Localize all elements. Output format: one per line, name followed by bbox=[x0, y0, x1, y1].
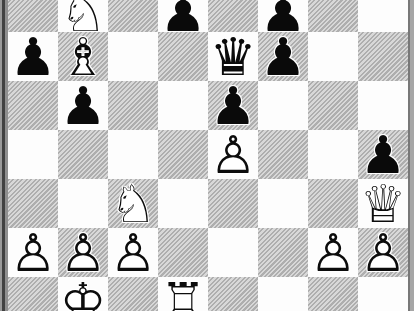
square-b6[interactable]: ♝♗ bbox=[58, 32, 108, 81]
piece-outline-layer: ♙ bbox=[360, 223, 407, 283]
square-c7[interactable] bbox=[108, 0, 158, 32]
square-a3[interactable] bbox=[8, 179, 58, 228]
square-g5[interactable] bbox=[308, 81, 358, 130]
white-pawn-a2[interactable]: ♟♙ bbox=[8, 228, 58, 277]
piece-fill-layer: ♟ bbox=[60, 229, 107, 278]
square-g1[interactable] bbox=[308, 277, 358, 311]
square-a6[interactable]: ♟ bbox=[8, 32, 58, 81]
square-d3[interactable] bbox=[158, 179, 208, 228]
square-h1[interactable] bbox=[358, 277, 408, 311]
square-d4[interactable] bbox=[158, 130, 208, 179]
square-e3[interactable] bbox=[208, 179, 258, 228]
square-b4[interactable] bbox=[58, 130, 108, 179]
piece-fill-layer: ♟ bbox=[110, 229, 157, 278]
square-f1[interactable] bbox=[258, 277, 308, 311]
black-pawn-e5[interactable]: ♟ bbox=[208, 81, 258, 130]
square-f3[interactable] bbox=[258, 179, 308, 228]
square-a1[interactable] bbox=[8, 277, 58, 311]
square-g6[interactable] bbox=[308, 32, 358, 81]
square-g4[interactable] bbox=[308, 130, 358, 179]
chess-board: ♞♘♟♟♟♝♗♛♟♟♟♟♙♟♞♘♛♕♟♙♟♙♟♙♟♙♟♙♚♔♜♖ bbox=[8, 0, 408, 311]
square-g2[interactable]: ♟♙ bbox=[308, 228, 358, 277]
square-c3[interactable]: ♞♘ bbox=[108, 179, 158, 228]
square-h2[interactable]: ♟♙ bbox=[358, 228, 408, 277]
square-d6[interactable] bbox=[158, 32, 208, 81]
piece-outline-layer: ♗ bbox=[60, 27, 107, 87]
square-b1[interactable]: ♚♔ bbox=[58, 277, 108, 311]
piece-fill-layer: ♟ bbox=[10, 229, 57, 278]
square-c6[interactable] bbox=[108, 32, 158, 81]
piece-glyph: ♟ bbox=[10, 27, 57, 87]
black-pawn-h4[interactable]: ♟ bbox=[358, 130, 408, 179]
square-e1[interactable] bbox=[208, 277, 258, 311]
black-pawn-f6[interactable]: ♟ bbox=[258, 32, 308, 81]
piece-fill-layer: ♟ bbox=[210, 131, 257, 180]
black-pawn-d7[interactable]: ♟ bbox=[158, 0, 208, 32]
square-h7[interactable] bbox=[358, 0, 408, 32]
piece-glyph: ♟ bbox=[60, 76, 107, 136]
square-f4[interactable] bbox=[258, 130, 308, 179]
square-h6[interactable] bbox=[358, 32, 408, 81]
square-b2[interactable]: ♟♙ bbox=[58, 228, 108, 277]
square-e2[interactable] bbox=[208, 228, 258, 277]
square-g3[interactable] bbox=[308, 179, 358, 228]
square-e7[interactable] bbox=[208, 0, 258, 32]
square-a7[interactable] bbox=[8, 0, 58, 32]
piece-glyph: ♟ bbox=[210, 76, 257, 136]
piece-outline-layer: ♙ bbox=[310, 223, 357, 283]
square-a5[interactable] bbox=[8, 81, 58, 130]
white-knight-b7[interactable]: ♞♘ bbox=[58, 0, 108, 32]
white-pawn-h2[interactable]: ♟♙ bbox=[358, 228, 408, 277]
white-pawn-e4[interactable]: ♟♙ bbox=[208, 130, 258, 179]
white-king-b1[interactable]: ♚♔ bbox=[58, 277, 108, 311]
square-h3[interactable]: ♛♕ bbox=[358, 179, 408, 228]
black-pawn-b5[interactable]: ♟ bbox=[58, 81, 108, 130]
square-e6[interactable]: ♛ bbox=[208, 32, 258, 81]
square-e4[interactable]: ♟♙ bbox=[208, 130, 258, 179]
square-e5[interactable]: ♟ bbox=[208, 81, 258, 130]
piece-outline-layer: ♙ bbox=[110, 223, 157, 283]
square-c1[interactable] bbox=[108, 277, 158, 311]
square-d1[interactable]: ♜♖ bbox=[158, 277, 208, 311]
piece-fill-layer: ♛ bbox=[360, 180, 407, 229]
board-clip-window: ♞♘♟♟♟♝♗♛♟♟♟♟♙♟♞♘♛♕♟♙♟♙♟♙♟♙♟♙♚♔♜♖ bbox=[8, 0, 408, 311]
piece-outline-layer: ♙ bbox=[210, 125, 257, 185]
square-f7[interactable]: ♟ bbox=[258, 0, 308, 32]
piece-fill-layer: ♜ bbox=[160, 278, 207, 311]
black-pawn-a6[interactable]: ♟ bbox=[8, 32, 58, 81]
piece-fill-layer: ♟ bbox=[310, 229, 357, 278]
black-queen-e6[interactable]: ♛ bbox=[208, 32, 258, 81]
white-queen-h3[interactable]: ♛♕ bbox=[358, 179, 408, 228]
square-a4[interactable] bbox=[8, 130, 58, 179]
square-c5[interactable] bbox=[108, 81, 158, 130]
square-d7[interactable]: ♟ bbox=[158, 0, 208, 32]
piece-fill-layer: ♚ bbox=[60, 278, 107, 311]
piece-glyph: ♟ bbox=[260, 27, 307, 87]
chess-diagram: ♞♘♟♟♟♝♗♛♟♟♟♟♙♟♞♘♛♕♟♙♟♙♟♙♟♙♟♙♚♔♜♖ bbox=[0, 0, 414, 311]
square-b7[interactable]: ♞♘ bbox=[58, 0, 108, 32]
white-rook-d1[interactable]: ♜♖ bbox=[158, 277, 208, 311]
piece-outline-layer: ♘ bbox=[110, 174, 157, 234]
square-h5[interactable] bbox=[358, 81, 408, 130]
square-f5[interactable] bbox=[258, 81, 308, 130]
piece-outline-layer: ♔ bbox=[60, 272, 107, 311]
square-g7[interactable] bbox=[308, 0, 358, 32]
square-b3[interactable] bbox=[58, 179, 108, 228]
square-f2[interactable] bbox=[258, 228, 308, 277]
board-frame-left bbox=[0, 0, 8, 311]
white-bishop-b6[interactable]: ♝♗ bbox=[58, 32, 108, 81]
black-pawn-f7[interactable]: ♟ bbox=[258, 0, 308, 32]
piece-outline-layer: ♙ bbox=[10, 223, 57, 283]
piece-outline-layer: ♙ bbox=[60, 223, 107, 283]
white-knight-c3[interactable]: ♞♘ bbox=[108, 179, 158, 228]
square-b5[interactable]: ♟ bbox=[58, 81, 108, 130]
white-pawn-b2[interactable]: ♟♙ bbox=[58, 228, 108, 277]
square-d2[interactable] bbox=[158, 228, 208, 277]
piece-fill-layer: ♝ bbox=[60, 33, 107, 82]
square-a2[interactable]: ♟♙ bbox=[8, 228, 58, 277]
piece-fill-layer: ♞ bbox=[110, 180, 157, 229]
piece-glyph: ♟ bbox=[360, 125, 407, 185]
board-frame-right bbox=[408, 0, 414, 311]
square-c2[interactable]: ♟♙ bbox=[108, 228, 158, 277]
square-c4[interactable] bbox=[108, 130, 158, 179]
square-h4[interactable]: ♟ bbox=[358, 130, 408, 179]
white-pawn-g2[interactable]: ♟♙ bbox=[308, 228, 358, 277]
square-d5[interactable] bbox=[158, 81, 208, 130]
piece-outline-layer: ♕ bbox=[360, 174, 407, 234]
square-f6[interactable]: ♟ bbox=[258, 32, 308, 81]
white-pawn-c2[interactable]: ♟♙ bbox=[108, 228, 158, 277]
piece-outline-layer: ♖ bbox=[160, 272, 207, 311]
piece-fill-layer: ♟ bbox=[360, 229, 407, 278]
piece-glyph: ♛ bbox=[210, 27, 257, 87]
